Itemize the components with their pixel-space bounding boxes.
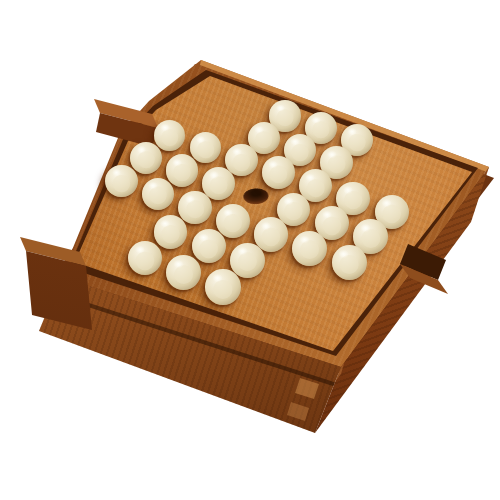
marble-glyph: ● <box>303 169 328 202</box>
marble-glyph: ● <box>252 122 276 154</box>
marble-glyph: ● <box>229 144 253 176</box>
marble-glyph: ● <box>193 132 217 164</box>
marble-glyph: ● <box>358 219 384 254</box>
marble-glyph: ● <box>297 231 323 266</box>
marble-glyph: ● <box>158 120 182 151</box>
marble-b4[interactable]: ● <box>166 154 198 186</box>
marble-f5[interactable]: ● <box>292 231 327 266</box>
marble-glyph: ● <box>273 100 297 131</box>
marble-d5[interactable]: ● <box>216 204 250 238</box>
marble-glyph: ● <box>234 243 260 278</box>
marble-glyph: ● <box>158 215 184 249</box>
marble-glyph: ● <box>281 193 307 227</box>
marble-glyph: ● <box>146 178 171 211</box>
marble-a5[interactable]: ● <box>105 165 137 197</box>
marble-glyph: ● <box>210 269 237 305</box>
marble-b3[interactable]: ● <box>190 132 222 164</box>
marble-c5[interactable]: ● <box>178 191 211 224</box>
marble-e7[interactable]: ● <box>205 269 241 305</box>
marble-d3[interactable]: ● <box>262 156 295 189</box>
product-photo-stage: ●●●●●●●●●●●●●●●●●●●●●●●●●●●●●●●● <box>0 0 500 500</box>
marble-d6[interactable]: ● <box>192 229 226 263</box>
marble-layer: ●●●●●●●●●●●●●●●●●●●●●●●●●●●●●●●● <box>0 0 500 500</box>
marble-glyph: ● <box>109 165 133 197</box>
marble-glyph: ● <box>220 204 246 238</box>
marble-glyph: ● <box>266 156 291 189</box>
marble-e6[interactable]: ● <box>230 243 265 278</box>
marble-glyph: ● <box>206 167 231 200</box>
marble-c6[interactable]: ● <box>154 215 188 249</box>
marble-glyph: ● <box>134 142 158 174</box>
marble-glyph: ● <box>182 191 207 224</box>
marble-c7[interactable]: ● <box>128 241 162 275</box>
marble-glyph: ● <box>132 241 158 275</box>
marble-glyph: ● <box>196 229 222 263</box>
marble-a4[interactable]: ● <box>130 142 162 174</box>
marble-glyph: ● <box>336 245 363 281</box>
marble-g5[interactable]: ● <box>332 245 368 281</box>
marble-b5[interactable]: ● <box>142 178 175 211</box>
marble-a3[interactable]: ● <box>154 120 185 151</box>
marble-glyph: ● <box>170 154 194 186</box>
marble-d7[interactable]: ● <box>166 255 201 290</box>
marble-glyph: ● <box>319 206 345 240</box>
marble-glyph: ● <box>258 217 284 251</box>
marble-glyph: ● <box>170 255 196 290</box>
marble-c4[interactable]: ● <box>202 167 235 200</box>
